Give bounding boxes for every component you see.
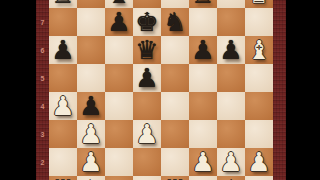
board-frame: ♜♝♜♛♟♚♞♟♛♟♟♝♟♟♟♟♟♟♟♟♟♜♞♜♚ 765432 xyxy=(36,0,286,180)
square-a3[interactable] xyxy=(49,120,77,148)
square-c8[interactable]: ♝ xyxy=(105,0,133,8)
square-g3[interactable] xyxy=(217,120,245,148)
rank-label-6: 6 xyxy=(36,47,49,54)
square-b7[interactable] xyxy=(77,8,105,36)
piece-black-rook: ♜ xyxy=(189,0,217,8)
piece-white-pawn: ♟ xyxy=(189,148,217,176)
square-c3[interactable] xyxy=(105,120,133,148)
rank-label-5: 5 xyxy=(36,75,49,82)
piece-black-rook: ♜ xyxy=(49,0,77,8)
square-c1[interactable] xyxy=(105,176,133,180)
square-f4[interactable] xyxy=(189,92,217,120)
piece-black-queen: ♛ xyxy=(133,36,161,64)
rank-label-7: 7 xyxy=(36,19,49,26)
square-a5[interactable] xyxy=(49,64,77,92)
square-b3[interactable]: ♟ xyxy=(77,120,105,148)
piece-black-pawn: ♟ xyxy=(105,8,133,36)
square-f5[interactable] xyxy=(189,64,217,92)
square-d6[interactable]: ♛ xyxy=(133,36,161,64)
piece-white-knight: ♞ xyxy=(77,176,105,180)
piece-black-knight: ♞ xyxy=(161,8,189,36)
square-h3[interactable] xyxy=(245,120,273,148)
square-d4[interactable] xyxy=(133,92,161,120)
piece-white-pawn: ♟ xyxy=(49,92,77,120)
square-b2[interactable]: ♟ xyxy=(77,148,105,176)
piece-white-rook: ♜ xyxy=(49,176,77,180)
square-e3[interactable] xyxy=(161,120,189,148)
square-a6[interactable]: ♟ xyxy=(49,36,77,64)
square-c5[interactable] xyxy=(105,64,133,92)
square-c6[interactable] xyxy=(105,36,133,64)
piece-black-pawn: ♟ xyxy=(77,92,105,120)
piece-black-pawn: ♟ xyxy=(133,64,161,92)
piece-white-bishop: ♝ xyxy=(245,36,273,64)
square-g1[interactable]: ♚ xyxy=(217,176,245,180)
square-a8[interactable]: ♜ xyxy=(49,0,77,8)
square-g7[interactable] xyxy=(217,8,245,36)
square-b1[interactable]: ♞ xyxy=(77,176,105,180)
square-b5[interactable] xyxy=(77,64,105,92)
chess-board: ♜♝♜♛♟♚♞♟♛♟♟♝♟♟♟♟♟♟♟♟♟♜♞♜♚ xyxy=(49,0,273,180)
square-e4[interactable] xyxy=(161,92,189,120)
piece-white-pawn: ♟ xyxy=(77,120,105,148)
piece-white-king: ♚ xyxy=(217,176,245,180)
square-b6[interactable] xyxy=(77,36,105,64)
square-a7[interactable] xyxy=(49,8,77,36)
piece-white-queen: ♛ xyxy=(245,0,273,8)
piece-white-rook: ♜ xyxy=(161,176,189,180)
square-d7[interactable]: ♚ xyxy=(133,8,161,36)
piece-white-pawn: ♟ xyxy=(133,120,161,148)
rank-label-3: 3 xyxy=(36,131,49,138)
square-f3[interactable] xyxy=(189,120,217,148)
square-e7[interactable]: ♞ xyxy=(161,8,189,36)
square-g2[interactable]: ♟ xyxy=(217,148,245,176)
piece-white-pawn: ♟ xyxy=(217,148,245,176)
square-d8[interactable] xyxy=(133,0,161,8)
square-d2[interactable] xyxy=(133,148,161,176)
square-f8[interactable]: ♜ xyxy=(189,0,217,8)
square-d3[interactable]: ♟ xyxy=(133,120,161,148)
piece-black-king: ♚ xyxy=(133,8,161,36)
square-g4[interactable] xyxy=(217,92,245,120)
square-a1[interactable]: ♜ xyxy=(49,176,77,180)
square-h7[interactable] xyxy=(245,8,273,36)
square-f1[interactable] xyxy=(189,176,217,180)
square-c2[interactable] xyxy=(105,148,133,176)
piece-black-pawn: ♟ xyxy=(217,36,245,64)
square-b8[interactable] xyxy=(77,0,105,8)
piece-black-bishop: ♝ xyxy=(105,0,133,8)
square-h4[interactable] xyxy=(245,92,273,120)
square-c4[interactable] xyxy=(105,92,133,120)
square-h2[interactable]: ♟ xyxy=(245,148,273,176)
square-h1[interactable] xyxy=(245,176,273,180)
piece-white-pawn: ♟ xyxy=(77,148,105,176)
square-h5[interactable] xyxy=(245,64,273,92)
square-h8[interactable]: ♛ xyxy=(245,0,273,8)
rank-label-4: 4 xyxy=(36,103,49,110)
square-f6[interactable]: ♟ xyxy=(189,36,217,64)
square-e5[interactable] xyxy=(161,64,189,92)
square-e2[interactable] xyxy=(161,148,189,176)
piece-black-pawn: ♟ xyxy=(189,36,217,64)
square-g6[interactable]: ♟ xyxy=(217,36,245,64)
square-a2[interactable] xyxy=(49,148,77,176)
square-d1[interactable] xyxy=(133,176,161,180)
piece-black-pawn: ♟ xyxy=(49,36,77,64)
rank-label-2: 2 xyxy=(36,159,49,166)
square-e8[interactable] xyxy=(161,0,189,8)
square-g8[interactable] xyxy=(217,0,245,8)
square-e6[interactable] xyxy=(161,36,189,64)
square-c7[interactable]: ♟ xyxy=(105,8,133,36)
square-a4[interactable]: ♟ xyxy=(49,92,77,120)
square-f2[interactable]: ♟ xyxy=(189,148,217,176)
square-b4[interactable]: ♟ xyxy=(77,92,105,120)
piece-white-pawn: ♟ xyxy=(245,148,273,176)
square-g5[interactable] xyxy=(217,64,245,92)
square-h6[interactable]: ♝ xyxy=(245,36,273,64)
square-d5[interactable]: ♟ xyxy=(133,64,161,92)
video-frame-letterbox: ♜♝♜♛♟♚♞♟♛♟♟♝♟♟♟♟♟♟♟♟♟♜♞♜♚ 765432 xyxy=(0,0,320,180)
square-f7[interactable] xyxy=(189,8,217,36)
square-e1[interactable]: ♜ xyxy=(161,176,189,180)
